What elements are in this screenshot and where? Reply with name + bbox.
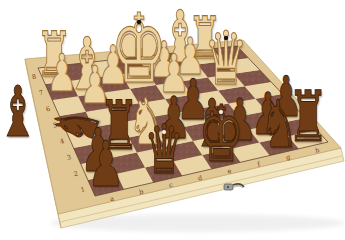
light-bead-finial bbox=[162, 130, 166, 134]
piece-black-pawn-a1[interactable]: ♟ bbox=[87, 133, 124, 196]
piece-black-queen-c1[interactable]: ♛ bbox=[143, 116, 183, 184]
dark-bead-finial bbox=[137, 20, 141, 24]
piece-black-knight-g1[interactable]: ♞ bbox=[259, 92, 298, 158]
piece-black-bishop-offboard[interactable]: ♝ bbox=[0, 77, 39, 147]
piece-black-king-e1[interactable]: ♚ bbox=[198, 95, 244, 173]
chess-set-photo: abcdefgh12345678 ♜♟♝♟♟♚♟♟♝♟♜♛♞♞♟♟♜♛♟♟♝♚♟… bbox=[0, 0, 345, 240]
piece-white-pawn-a7[interactable]: ♟ bbox=[46, 48, 77, 100]
